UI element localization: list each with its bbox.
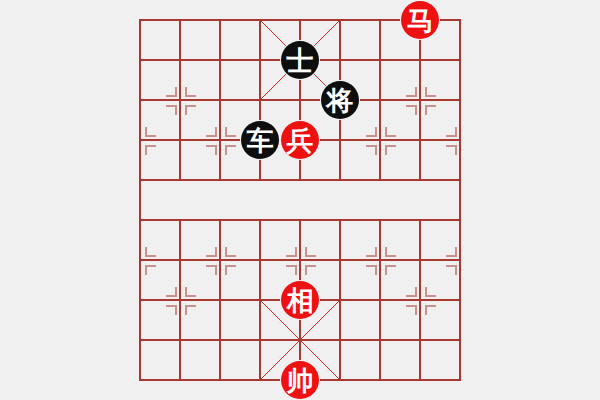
xiangqi-board[interactable]: 马士将车兵相帅 [139,19,461,381]
grid-vline-bottom [219,219,221,381]
grid-vline-top [179,19,181,181]
grid-vline-top [219,19,221,181]
piece-black-advisor[interactable]: 士 [281,41,319,79]
grid-vline-top [419,19,421,181]
page-background: 马士将车兵相帅 [0,0,600,400]
grid-vline-bottom [259,219,261,381]
piece-black-chariot[interactable]: 车 [241,121,279,159]
piece-black-general[interactable]: 将 [321,81,359,119]
grid-vline-edge [459,19,461,381]
grid-vline-top [379,19,381,181]
grid-vline-bottom [419,219,421,381]
grid-vline-bottom [179,219,181,381]
piece-red-elephant[interactable]: 相 [281,281,319,319]
grid-vline-bottom [339,219,341,381]
piece-red-horse[interactable]: 马 [401,1,439,39]
piece-red-general[interactable]: 帅 [281,361,319,399]
grid-vline-edge [139,19,141,381]
piece-red-soldier[interactable]: 兵 [281,121,319,159]
grid-vline-bottom [379,219,381,381]
